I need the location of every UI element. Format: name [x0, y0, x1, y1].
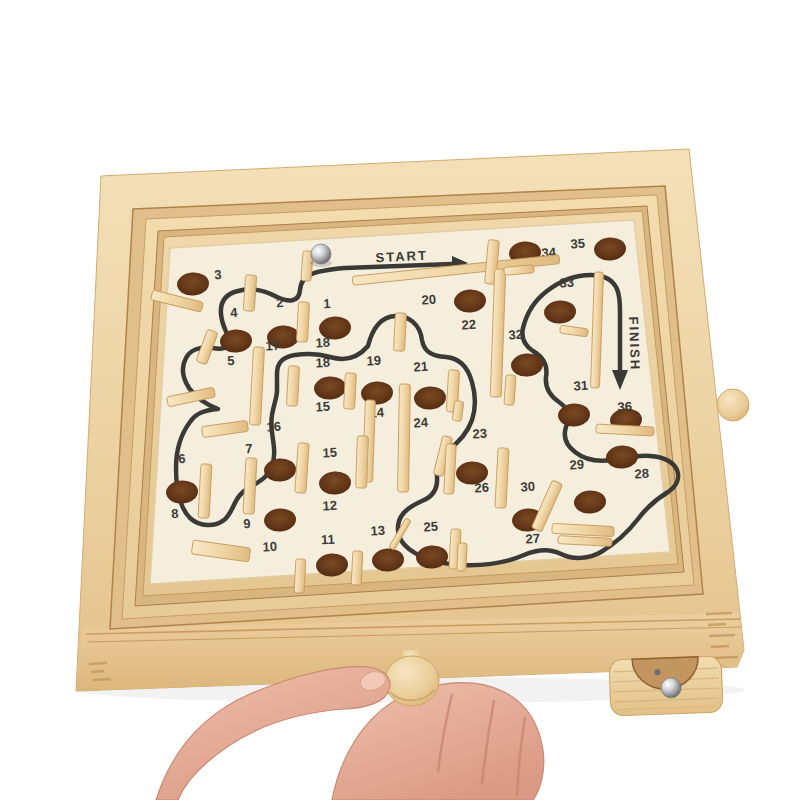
hole-number: 5: [227, 353, 235, 368]
hole-number: 35: [570, 236, 585, 252]
hole-number: 26: [474, 480, 489, 496]
hole-number: 6: [178, 451, 186, 466]
scene-svg: START FINISH 342120221718181921532333435…: [0, 0, 800, 800]
hole-number: 11: [321, 532, 336, 548]
ball-tray-bracket: [609, 656, 723, 716]
wall-peg: [504, 375, 516, 406]
wall-peg: [294, 559, 306, 593]
product-photo: START FINISH 342120221718181921532333435…: [0, 0, 800, 800]
hole-number: 33: [559, 275, 574, 291]
finish-label: FINISH: [626, 316, 643, 371]
hole-number: 36: [617, 399, 632, 415]
hole-number: 10: [262, 539, 277, 555]
wall-peg: [444, 444, 457, 494]
hole-number: 19: [366, 353, 381, 369]
hole-number: 31: [573, 378, 588, 394]
hole-number: 21: [413, 359, 428, 375]
wall-peg: [351, 551, 363, 585]
hole-number: 18: [315, 355, 330, 371]
hole-number: 2: [276, 295, 284, 310]
hole-number: 16: [266, 419, 281, 435]
hole-number: 13: [370, 523, 385, 539]
hole-number: 24: [413, 415, 429, 431]
wall-peg: [344, 373, 357, 410]
hole-number: 17: [265, 338, 280, 354]
wall-peg: [243, 458, 257, 514]
hole-number: 29: [569, 457, 584, 473]
wall-peg: [356, 436, 369, 488]
hole-number: 22: [461, 317, 476, 333]
hole-number: 7: [245, 441, 253, 456]
hole-number: 9: [243, 516, 251, 531]
start-label: START: [375, 248, 428, 266]
hole-number: 1: [323, 296, 331, 311]
wall-peg: [198, 464, 212, 519]
hole-number: 3: [214, 267, 222, 282]
wall-peg: [398, 384, 411, 492]
hole-number: 32: [508, 327, 523, 343]
hole-number: 27: [525, 531, 540, 547]
hole-number: 23: [472, 426, 487, 442]
wall-peg: [296, 302, 309, 343]
wall-peg: [394, 313, 407, 352]
wall-peg: [243, 275, 256, 312]
hole-number: 20: [421, 292, 436, 308]
steel-ball[interactable]: [311, 244, 331, 264]
hole-number: 18: [315, 335, 330, 351]
hole-number: 15: [315, 399, 330, 415]
hole-number: 12: [322, 498, 337, 514]
hole-number: 25: [423, 519, 438, 535]
hole-number: 8: [171, 506, 179, 521]
hole-number: 28: [634, 466, 649, 482]
hole-number: 15: [322, 445, 337, 461]
wall-peg: [457, 543, 467, 571]
side-tilt-knob[interactable]: [717, 389, 749, 421]
wall-peg: [286, 366, 299, 407]
tray-ball: [661, 677, 682, 698]
hole-number: 30: [520, 479, 535, 495]
